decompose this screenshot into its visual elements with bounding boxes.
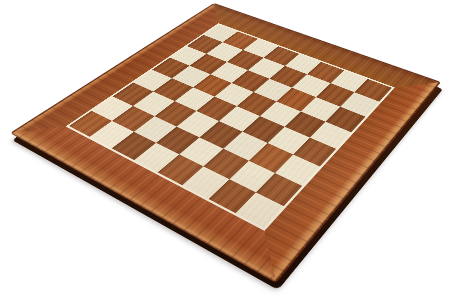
chessboard-photo	[0, 0, 450, 300]
chess-board	[10, 3, 441, 283]
